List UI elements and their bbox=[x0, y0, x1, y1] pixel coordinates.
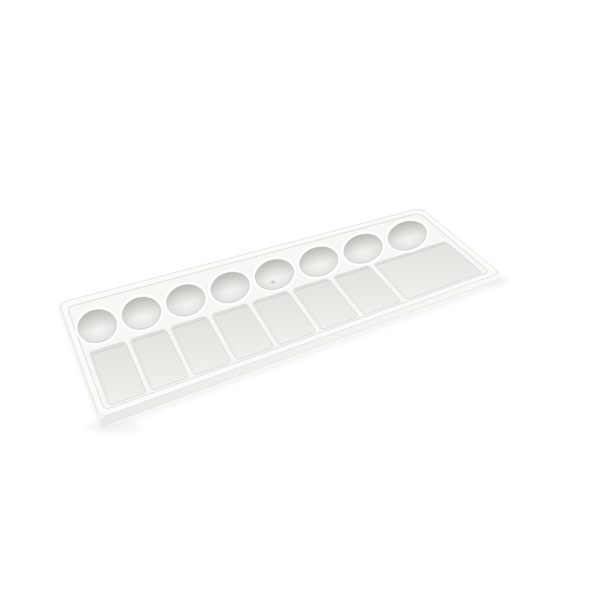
product-photo bbox=[0, 0, 600, 600]
paint-palette-tray bbox=[0, 0, 600, 600]
mold-speck bbox=[271, 280, 275, 283]
